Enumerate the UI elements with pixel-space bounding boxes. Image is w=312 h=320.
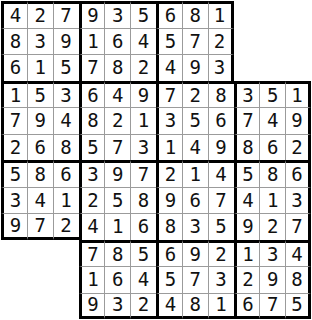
empty-corner <box>259 54 285 81</box>
sudoku-cell: 6 <box>104 28 130 55</box>
sudoku-cell: 2 <box>130 293 156 320</box>
sudoku-cell: 8 <box>182 293 208 320</box>
sudoku-cell: 2 <box>156 160 182 187</box>
sudoku-cell: 2 <box>53 213 79 240</box>
empty-corner <box>53 266 79 293</box>
sudoku-cell: 7 <box>79 240 105 267</box>
sudoku-cell: 9 <box>182 54 208 81</box>
sudoku-cell: 7 <box>156 81 182 108</box>
sudoku-cell: 8 <box>130 187 156 214</box>
sudoku-cell: 5 <box>79 134 105 161</box>
sudoku-cell: 2 <box>104 107 130 134</box>
sudoku-cell: 6 <box>285 160 311 187</box>
sudoku-cell: 7 <box>1 107 27 134</box>
sudoku-cell: 5 <box>156 28 182 55</box>
empty-corner <box>234 1 260 28</box>
sudoku-cell: 6 <box>182 187 208 214</box>
sudoku-cell: 2 <box>208 28 234 55</box>
sudoku-cell: 3 <box>27 28 53 55</box>
empty-corner <box>234 54 260 81</box>
sudoku-cell: 5 <box>234 160 260 187</box>
sudoku-cell: 4 <box>182 134 208 161</box>
empty-corner <box>27 293 53 320</box>
sudoku-cell: 3 <box>104 1 130 28</box>
sudoku-cell: 4 <box>27 187 53 214</box>
sudoku-cell: 4 <box>285 240 311 267</box>
sudoku-cell: 1 <box>79 28 105 55</box>
sudoku-cell: 1 <box>285 81 311 108</box>
sudoku-cell: 2 <box>79 187 105 214</box>
sudoku-cell: 8 <box>53 134 79 161</box>
sudoku-cell: 9 <box>182 240 208 267</box>
sudoku-cell: 9 <box>285 107 311 134</box>
sudoku-cell: 1 <box>27 54 53 81</box>
sudoku-cell: 1 <box>234 240 260 267</box>
sudoku-cell: 1 <box>79 266 105 293</box>
sudoku-cell: 9 <box>79 293 105 320</box>
sudoku-cell: 3 <box>104 293 130 320</box>
empty-corner <box>285 54 311 81</box>
empty-corner <box>53 240 79 267</box>
sudoku-cell: 5 <box>53 54 79 81</box>
sudoku-cell: 4 <box>156 293 182 320</box>
sudoku-cell: 6 <box>53 160 79 187</box>
sudoku-cell: 1 <box>208 1 234 28</box>
sudoku-cell: 9 <box>234 213 260 240</box>
sudoku-cell: 8 <box>104 240 130 267</box>
sudoku-cell: 5 <box>27 81 53 108</box>
sudoku-cell: 7 <box>208 187 234 214</box>
sudoku-cell: 4 <box>79 213 105 240</box>
sudoku-cell: 7 <box>182 266 208 293</box>
sudoku-cell: 8 <box>1 28 27 55</box>
sudoku-cell: 6 <box>27 134 53 161</box>
empty-corner <box>285 28 311 55</box>
sudoku-cell: 8 <box>208 81 234 108</box>
sudoku-cell: 5 <box>156 266 182 293</box>
sudoku-cell: 9 <box>53 28 79 55</box>
sudoku-cell: 9 <box>79 1 105 28</box>
sudoku-cell: 5 <box>130 240 156 267</box>
empty-corner <box>285 1 311 28</box>
sudoku-cell: 2 <box>1 134 27 161</box>
sudoku-cell: 6 <box>208 107 234 134</box>
sudoku-cell: 4 <box>208 160 234 187</box>
sudoku-cell: 2 <box>208 240 234 267</box>
sudoku-cell: 7 <box>259 293 285 320</box>
sudoku-cell: 4 <box>130 266 156 293</box>
sudoku-cell: 8 <box>182 1 208 28</box>
sudoku-cell: 5 <box>182 107 208 134</box>
sudoku-cell: 6 <box>156 1 182 28</box>
sudoku-cell: 7 <box>79 54 105 81</box>
sudoku-cell: 3 <box>130 134 156 161</box>
empty-corner <box>27 266 53 293</box>
sudoku-cell: 8 <box>79 107 105 134</box>
sudoku-cell: 8 <box>259 160 285 187</box>
sudoku-cell: 4 <box>130 28 156 55</box>
sudoku-cell: 2 <box>27 1 53 28</box>
sudoku-cell: 7 <box>130 160 156 187</box>
sudoku-cell: 6 <box>1 54 27 81</box>
sudoku-cell: 5 <box>104 187 130 214</box>
sudoku-cell: 9 <box>104 160 130 187</box>
sudoku-cell: 3 <box>79 160 105 187</box>
sudoku-cell: 1 <box>259 187 285 214</box>
sudoku-cell: 5 <box>130 1 156 28</box>
empty-corner <box>1 293 27 320</box>
sudoku-cell: 9 <box>1 213 27 240</box>
sudoku-cell: 7 <box>27 213 53 240</box>
sudoku-cell: 7 <box>285 213 311 240</box>
sudoku-cell: 4 <box>259 107 285 134</box>
sudoku-cell: 6 <box>104 266 130 293</box>
sudoku-cell: 3 <box>182 213 208 240</box>
sudoku-cell: 3 <box>285 187 311 214</box>
sudoku-cell: 4 <box>234 187 260 214</box>
sudoku-cell: 5 <box>285 293 311 320</box>
sudoku-cell: 5 <box>208 213 234 240</box>
empty-corner <box>1 240 27 267</box>
sudoku-cell: 4 <box>1 1 27 28</box>
sudoku-cell: 9 <box>156 187 182 214</box>
sudoku-cell: 6 <box>234 293 260 320</box>
sudoku-cell: 7 <box>182 28 208 55</box>
sudoku-cell: 8 <box>104 54 130 81</box>
sudoku-cell: 1 <box>208 293 234 320</box>
sudoku-cell: 8 <box>27 160 53 187</box>
sudoku-cell: 6 <box>79 81 105 108</box>
empty-corner <box>27 240 53 267</box>
sudoku-cell: 2 <box>285 134 311 161</box>
sudoku-cell: 2 <box>234 266 260 293</box>
sudoku-cell: 5 <box>259 81 285 108</box>
sudoku-cell: 7 <box>104 134 130 161</box>
sudoku-cell: 1 <box>104 213 130 240</box>
sudoku-cell: 9 <box>208 134 234 161</box>
sudoku-cell: 8 <box>234 134 260 161</box>
sudoku-cell: 3 <box>234 81 260 108</box>
sudoku-cell: 9 <box>130 81 156 108</box>
sudoku-cell: 2 <box>182 81 208 108</box>
overlapping-sudoku-board: 4279356818391645726157824931536497283517… <box>0 0 312 320</box>
sudoku-cell: 8 <box>156 213 182 240</box>
empty-corner <box>1 266 27 293</box>
sudoku-cell: 6 <box>259 134 285 161</box>
sudoku-cell: 3 <box>53 81 79 108</box>
sudoku-cell: 1 <box>130 107 156 134</box>
sudoku-cell: 7 <box>234 107 260 134</box>
sudoku-cell: 1 <box>182 160 208 187</box>
sudoku-cell: 5 <box>1 160 27 187</box>
sudoku-cell: 3 <box>208 54 234 81</box>
sudoku-cell: 1 <box>53 187 79 214</box>
sudoku-cell: 7 <box>53 1 79 28</box>
sudoku-cell: 6 <box>156 240 182 267</box>
empty-corner <box>259 28 285 55</box>
sudoku-cell: 1 <box>156 134 182 161</box>
empty-corner <box>259 1 285 28</box>
sudoku-cell: 2 <box>259 213 285 240</box>
sudoku-cell: 3 <box>208 266 234 293</box>
sudoku-cell: 3 <box>156 107 182 134</box>
sudoku-cell: 3 <box>1 187 27 214</box>
sudoku-cell: 2 <box>130 54 156 81</box>
empty-corner <box>234 28 260 55</box>
sudoku-cell: 1 <box>1 81 27 108</box>
sudoku-cell: 4 <box>104 81 130 108</box>
sudoku-cell: 3 <box>259 240 285 267</box>
sudoku-cell: 8 <box>285 266 311 293</box>
sudoku-cell: 4 <box>53 107 79 134</box>
sudoku-cell: 4 <box>156 54 182 81</box>
sudoku-cell: 6 <box>130 213 156 240</box>
empty-corner <box>53 293 79 320</box>
sudoku-cell: 9 <box>259 266 285 293</box>
sudoku-cell: 9 <box>27 107 53 134</box>
